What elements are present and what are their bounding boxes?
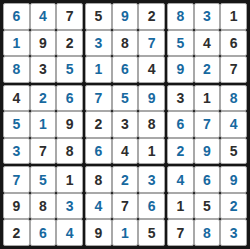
box-1: 647192835 — [3, 3, 83, 83]
cell-r6c6[interactable]: 1 — [138, 138, 165, 165]
box-8: 823476915 — [85, 166, 165, 246]
cell-r5c3[interactable]: 9 — [56, 111, 83, 138]
cell-r5c6[interactable]: 8 — [138, 111, 165, 138]
cell-r2c8[interactable]: 4 — [194, 30, 221, 57]
cell-r9c8[interactable]: 8 — [194, 219, 221, 246]
cell-r9c2[interactable]: 6 — [30, 219, 57, 246]
cell-r8c4[interactable]: 4 — [85, 193, 112, 220]
cell-r9c7[interactable]: 7 — [167, 219, 194, 246]
cell-r6c3[interactable]: 8 — [56, 138, 83, 165]
box-9: 469152783 — [167, 166, 247, 246]
cell-r8c5[interactable]: 7 — [112, 193, 139, 220]
cell-r3c6[interactable]: 4 — [138, 56, 165, 83]
cell-r7c7[interactable]: 4 — [167, 166, 194, 193]
cell-r6c2[interactable]: 7 — [30, 138, 57, 165]
cell-r1c4[interactable]: 5 — [85, 3, 112, 30]
cell-r4c4[interactable]: 7 — [85, 85, 112, 112]
cell-r7c8[interactable]: 6 — [194, 166, 221, 193]
cell-r5c4[interactable]: 2 — [85, 111, 112, 138]
cell-r5c2[interactable]: 1 — [30, 111, 57, 138]
cell-r2c1[interactable]: 1 — [3, 30, 30, 57]
cell-r1c5[interactable]: 9 — [112, 3, 139, 30]
cell-r1c6[interactable]: 2 — [138, 3, 165, 30]
cell-r6c8[interactable]: 9 — [194, 138, 221, 165]
cell-r8c2[interactable]: 8 — [30, 193, 57, 220]
cell-r4c7[interactable]: 3 — [167, 85, 194, 112]
cell-r5c9[interactable]: 4 — [220, 111, 247, 138]
cell-r8c3[interactable]: 3 — [56, 193, 83, 220]
cell-r5c7[interactable]: 6 — [167, 111, 194, 138]
cell-r7c6[interactable]: 3 — [138, 166, 165, 193]
cell-r2c6[interactable]: 7 — [138, 30, 165, 57]
cell-r6c9[interactable]: 5 — [220, 138, 247, 165]
cell-r3c8[interactable]: 2 — [194, 56, 221, 83]
cell-r6c1[interactable]: 3 — [3, 138, 30, 165]
cell-r4c8[interactable]: 1 — [194, 85, 221, 112]
cell-r4c9[interactable]: 8 — [220, 85, 247, 112]
cell-r7c5[interactable]: 2 — [112, 166, 139, 193]
box-7: 751983264 — [3, 166, 83, 246]
cell-r4c3[interactable]: 6 — [56, 85, 83, 112]
cell-r8c6[interactable]: 6 — [138, 193, 165, 220]
cell-r3c4[interactable]: 1 — [85, 56, 112, 83]
cell-r7c4[interactable]: 8 — [85, 166, 112, 193]
cell-r7c9[interactable]: 9 — [220, 166, 247, 193]
cell-r2c4[interactable]: 3 — [85, 30, 112, 57]
cell-r2c9[interactable]: 6 — [220, 30, 247, 57]
cell-r9c5[interactable]: 1 — [112, 219, 139, 246]
cell-r7c2[interactable]: 5 — [30, 166, 57, 193]
cell-r6c7[interactable]: 2 — [167, 138, 194, 165]
cell-r6c4[interactable]: 6 — [85, 138, 112, 165]
cell-r7c3[interactable]: 1 — [56, 166, 83, 193]
cell-r8c1[interactable]: 9 — [3, 193, 30, 220]
cell-r4c2[interactable]: 2 — [30, 85, 57, 112]
box-6: 318674295 — [167, 85, 247, 165]
cell-r3c9[interactable]: 7 — [220, 56, 247, 83]
box-4: 426519378 — [3, 85, 83, 165]
cell-r3c7[interactable]: 9 — [167, 56, 194, 83]
sudoku-board: 6471928355923871648315469274265193787592… — [0, 0, 250, 249]
box-5: 759238641 — [85, 85, 165, 165]
cell-r1c9[interactable]: 1 — [220, 3, 247, 30]
cell-r6c5[interactable]: 4 — [112, 138, 139, 165]
cell-r3c3[interactable]: 5 — [56, 56, 83, 83]
cell-r8c7[interactable]: 1 — [167, 193, 194, 220]
cell-r3c2[interactable]: 3 — [30, 56, 57, 83]
cell-r9c1[interactable]: 2 — [3, 219, 30, 246]
cell-r9c3[interactable]: 4 — [56, 219, 83, 246]
cell-r1c8[interactable]: 3 — [194, 3, 221, 30]
cell-r4c6[interactable]: 9 — [138, 85, 165, 112]
cell-r2c7[interactable]: 5 — [167, 30, 194, 57]
cell-r2c3[interactable]: 2 — [56, 30, 83, 57]
cell-r3c5[interactable]: 6 — [112, 56, 139, 83]
cell-r1c1[interactable]: 6 — [3, 3, 30, 30]
cell-r1c7[interactable]: 8 — [167, 3, 194, 30]
cell-r9c4[interactable]: 9 — [85, 219, 112, 246]
cell-r4c1[interactable]: 4 — [3, 85, 30, 112]
cell-r3c1[interactable]: 8 — [3, 56, 30, 83]
cell-r5c8[interactable]: 7 — [194, 111, 221, 138]
box-2: 592387164 — [85, 3, 165, 83]
cell-r7c1[interactable]: 7 — [3, 166, 30, 193]
cell-r8c8[interactable]: 5 — [194, 193, 221, 220]
cell-r2c5[interactable]: 8 — [112, 30, 139, 57]
cell-r1c2[interactable]: 4 — [30, 3, 57, 30]
cell-r9c9[interactable]: 3 — [220, 219, 247, 246]
cell-r9c6[interactable]: 5 — [138, 219, 165, 246]
cell-r2c2[interactable]: 9 — [30, 30, 57, 57]
cell-r5c1[interactable]: 5 — [3, 111, 30, 138]
cell-r4c5[interactable]: 5 — [112, 85, 139, 112]
cell-r1c3[interactable]: 7 — [56, 3, 83, 30]
cell-r8c9[interactable]: 2 — [220, 193, 247, 220]
cell-r5c5[interactable]: 3 — [112, 111, 139, 138]
box-3: 831546927 — [167, 3, 247, 83]
